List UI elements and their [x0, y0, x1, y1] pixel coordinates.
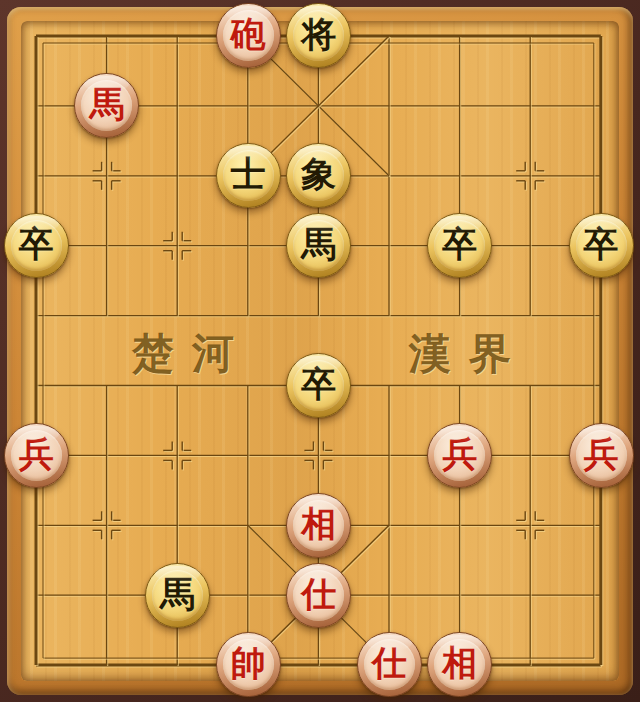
piece-glyph: 卒	[19, 227, 54, 262]
piece-red-horse[interactable]: 馬	[74, 73, 139, 138]
piece-glyph: 卒	[584, 227, 619, 262]
piece-red-elephant[interactable]: 相	[427, 632, 492, 697]
piece-glyph: 仕	[301, 577, 336, 612]
pieces-layer: 砲将馬士象卒馬卒卒卒兵兵兵相馬仕帥仕相	[1, 1, 636, 700]
piece-black-soldier[interactable]: 卒	[569, 213, 634, 278]
piece-glyph: 相	[301, 507, 336, 542]
piece-glyph: 将	[301, 17, 336, 52]
piece-red-soldier[interactable]: 兵	[427, 423, 492, 488]
piece-black-general[interactable]: 将	[286, 3, 351, 68]
piece-glyph: 卒	[442, 227, 477, 262]
piece-glyph: 卒	[301, 367, 336, 402]
piece-glyph: 兵	[442, 437, 477, 472]
piece-glyph: 仕	[372, 646, 407, 681]
piece-black-horse[interactable]: 馬	[145, 563, 210, 628]
piece-glyph: 馬	[160, 577, 195, 612]
piece-glyph: 馬	[301, 227, 336, 262]
xiangqi-board: 楚河 楚河 漢界 漢界 砲将馬士象卒馬卒卒卒兵兵兵相馬仕帥仕相	[0, 0, 640, 702]
piece-red-advisor[interactable]: 仕	[357, 632, 422, 697]
piece-glyph: 兵	[584, 437, 619, 472]
piece-glyph: 帥	[231, 646, 266, 681]
piece-red-advisor[interactable]: 仕	[286, 563, 351, 628]
piece-glyph: 相	[442, 646, 477, 681]
piece-red-elephant[interactable]: 相	[286, 493, 351, 558]
piece-red-general[interactable]: 帥	[216, 632, 281, 697]
piece-black-soldier[interactable]: 卒	[427, 213, 492, 278]
piece-black-advisor[interactable]: 士	[216, 143, 281, 208]
piece-black-elephant[interactable]: 象	[286, 143, 351, 208]
piece-black-soldier[interactable]: 卒	[4, 213, 69, 278]
piece-red-soldier[interactable]: 兵	[4, 423, 69, 488]
piece-glyph: 士	[231, 157, 266, 192]
piece-red-cannon[interactable]: 砲	[216, 3, 281, 68]
piece-glyph: 兵	[19, 437, 54, 472]
piece-glyph: 砲	[231, 17, 266, 52]
piece-glyph: 象	[301, 157, 336, 192]
piece-red-soldier[interactable]: 兵	[569, 423, 634, 488]
piece-black-soldier[interactable]: 卒	[286, 353, 351, 418]
piece-black-horse[interactable]: 馬	[286, 213, 351, 278]
piece-glyph: 馬	[89, 87, 124, 122]
